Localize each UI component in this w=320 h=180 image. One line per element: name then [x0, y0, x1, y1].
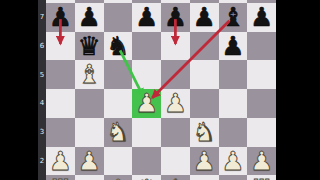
square-f4[interactable]: [190, 89, 219, 118]
square-d2[interactable]: [132, 147, 161, 176]
square-g4[interactable]: [219, 89, 248, 118]
square-g6[interactable]: ♟: [219, 32, 248, 61]
letterbox-right: [276, 0, 320, 180]
black-pawn[interactable]: ♟: [250, 3, 273, 32]
black-pawn[interactable]: ♟: [221, 32, 244, 61]
square-h2[interactable]: ♟: [247, 147, 276, 176]
white-bishop[interactable]: ♝: [106, 175, 129, 180]
square-g5[interactable]: [219, 60, 248, 89]
square-h7[interactable]: ♟: [247, 3, 276, 32]
rank-label-5: 5: [38, 71, 46, 79]
square-f6[interactable]: [190, 32, 219, 61]
square-h4[interactable]: [247, 89, 276, 118]
white-king[interactable]: ♚: [164, 175, 187, 180]
square-d6[interactable]: [132, 32, 161, 61]
square-c4[interactable]: [104, 89, 133, 118]
square-c7[interactable]: [104, 3, 133, 32]
black-pawn[interactable]: ♟: [164, 3, 187, 32]
white-queen[interactable]: ♛: [135, 175, 158, 180]
black-knight[interactable]: ♞: [106, 32, 129, 61]
square-d3[interactable]: [132, 118, 161, 147]
black-bishop[interactable]: ♝: [221, 3, 244, 32]
square-c6[interactable]: ♞: [104, 32, 133, 61]
square-b4[interactable]: [75, 89, 104, 118]
square-e6[interactable]: [161, 32, 190, 61]
black-pawn[interactable]: ♟: [77, 3, 100, 32]
white-pawn[interactable]: ♟: [192, 147, 215, 176]
square-c5[interactable]: [104, 60, 133, 89]
square-h5[interactable]: [247, 60, 276, 89]
square-b5[interactable]: ♝: [75, 60, 104, 89]
white-rook[interactable]: ♜: [250, 175, 273, 180]
square-g3[interactable]: [219, 118, 248, 147]
square-f1[interactable]: [190, 175, 219, 180]
white-pawn[interactable]: ♟: [164, 89, 187, 118]
black-queen[interactable]: ♛: [77, 32, 100, 61]
rank-label-2: 2: [38, 157, 46, 165]
rank-label-4: 4: [38, 99, 46, 107]
square-f2[interactable]: ♟: [190, 147, 219, 176]
square-e1[interactable]: ♚: [161, 175, 190, 180]
square-b6[interactable]: ♛: [75, 32, 104, 61]
rank-coordinates-strip: 765432: [38, 0, 46, 180]
white-pawn[interactable]: ♟: [135, 89, 158, 118]
square-g1[interactable]: [219, 175, 248, 180]
chess-board: ♜♝♚♞♜♟♟♟♟♟♝♟♛♞♟♝♟♟♞♞♟♟♟♟♟♜♝♛♚♜: [46, 0, 276, 180]
black-pawn[interactable]: ♟: [49, 3, 72, 32]
white-pawn[interactable]: ♟: [221, 147, 244, 176]
square-d1[interactable]: ♛: [132, 175, 161, 180]
square-e3[interactable]: [161, 118, 190, 147]
square-b3[interactable]: [75, 118, 104, 147]
square-f5[interactable]: [190, 60, 219, 89]
video-frame: ♜♝♚♞♜♟♟♟♟♟♝♟♛♞♟♝♟♟♞♞♟♟♟♟♟♜♝♛♚♜ 765432: [0, 0, 320, 180]
square-e2[interactable]: [161, 147, 190, 176]
square-e5[interactable]: [161, 60, 190, 89]
square-a2[interactable]: ♟: [46, 147, 75, 176]
rank-label-6: 6: [38, 42, 46, 50]
square-c1[interactable]: ♝: [104, 175, 133, 180]
white-pawn[interactable]: ♟: [250, 147, 273, 176]
white-rook[interactable]: ♜: [49, 175, 72, 180]
white-bishop[interactable]: ♝: [77, 60, 100, 89]
square-d7[interactable]: ♟: [132, 3, 161, 32]
white-knight[interactable]: ♞: [106, 118, 129, 147]
square-b2[interactable]: ♟: [75, 147, 104, 176]
rank-label-7: 7: [38, 13, 46, 21]
square-f7[interactable]: ♟: [190, 3, 219, 32]
square-a7[interactable]: ♟: [46, 3, 75, 32]
square-f3[interactable]: ♞: [190, 118, 219, 147]
white-knight[interactable]: ♞: [192, 118, 215, 147]
square-h3[interactable]: [247, 118, 276, 147]
square-h1[interactable]: ♜: [247, 175, 276, 180]
square-b1[interactable]: [75, 175, 104, 180]
square-a5[interactable]: [46, 60, 75, 89]
square-a4[interactable]: [46, 89, 75, 118]
square-e7[interactable]: ♟: [161, 3, 190, 32]
white-pawn[interactable]: ♟: [49, 147, 72, 176]
black-pawn[interactable]: ♟: [192, 3, 215, 32]
square-g2[interactable]: ♟: [219, 147, 248, 176]
square-a6[interactable]: [46, 32, 75, 61]
white-pawn[interactable]: ♟: [77, 147, 100, 176]
square-g7[interactable]: ♝: [219, 3, 248, 32]
square-c2[interactable]: [104, 147, 133, 176]
square-b7[interactable]: ♟: [75, 3, 104, 32]
square-c3[interactable]: ♞: [104, 118, 133, 147]
square-h6[interactable]: [247, 32, 276, 61]
square-a3[interactable]: [46, 118, 75, 147]
square-d5[interactable]: [132, 60, 161, 89]
square-e4[interactable]: ♟: [161, 89, 190, 118]
rank-label-3: 3: [38, 128, 46, 136]
square-d4[interactable]: ♟: [132, 89, 161, 118]
letterbox-left: [0, 0, 38, 180]
black-pawn[interactable]: ♟: [135, 3, 158, 32]
square-a1[interactable]: ♜: [46, 175, 75, 180]
